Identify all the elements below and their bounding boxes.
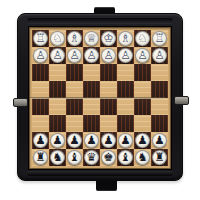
square-r2c6[interactable] xyxy=(134,64,151,81)
square-r5c0[interactable] xyxy=(32,115,49,132)
piece-bP[interactable]: ♟ xyxy=(50,133,65,148)
white-piece-glyph: ♘ xyxy=(137,32,147,44)
square-r2c2[interactable] xyxy=(66,64,83,81)
black-piece-glyph: ♚ xyxy=(103,151,113,163)
black-piece-glyph: ♞ xyxy=(137,151,147,163)
square-r0c7[interactable]: ♖ xyxy=(151,30,168,47)
square-r4c0[interactable] xyxy=(32,98,49,115)
piece-wP[interactable]: ♙ xyxy=(67,48,82,63)
black-piece-glyph: ♟ xyxy=(137,134,147,146)
square-r7c2[interactable]: ♝ xyxy=(66,149,83,166)
square-r3c2[interactable] xyxy=(66,81,83,98)
black-piece-glyph: ♟ xyxy=(69,134,79,146)
square-r6c2[interactable]: ♟ xyxy=(66,132,83,149)
piece-wK[interactable]: ♔ xyxy=(101,31,116,46)
piece-bP[interactable]: ♟ xyxy=(33,133,48,148)
square-r5c4[interactable] xyxy=(100,115,117,132)
square-r6c4[interactable]: ♟ xyxy=(100,132,117,149)
case-groove-bottom xyxy=(27,171,173,176)
piece-bB[interactable]: ♝ xyxy=(118,150,133,165)
square-r3c1[interactable] xyxy=(49,81,66,98)
piece-wR[interactable]: ♖ xyxy=(152,31,167,46)
piece-wN[interactable]: ♘ xyxy=(135,31,150,46)
square-r1c0[interactable]: ♙ xyxy=(32,47,49,64)
square-r6c5[interactable]: ♟ xyxy=(117,132,134,149)
piece-bP[interactable]: ♟ xyxy=(67,133,82,148)
white-piece-glyph: ♙ xyxy=(120,49,130,61)
case-groove-top xyxy=(27,18,173,24)
piece-bP[interactable]: ♟ xyxy=(135,133,150,148)
square-r5c6[interactable] xyxy=(134,115,151,132)
square-r5c3[interactable] xyxy=(83,115,100,132)
black-piece-glyph: ♟ xyxy=(154,134,164,146)
piece-wB[interactable]: ♗ xyxy=(118,31,133,46)
square-r4c3[interactable] xyxy=(83,98,100,115)
white-piece-glyph: ♙ xyxy=(103,49,113,61)
square-r7c1[interactable]: ♞ xyxy=(49,149,66,166)
square-r5c7[interactable] xyxy=(151,115,168,132)
white-piece-glyph: ♔ xyxy=(103,32,113,44)
square-r3c0[interactable] xyxy=(32,81,49,98)
white-piece-glyph: ♖ xyxy=(154,32,164,44)
square-r1c5[interactable]: ♙ xyxy=(117,47,134,64)
piece-wP[interactable]: ♙ xyxy=(118,48,133,63)
square-r0c2[interactable]: ♗ xyxy=(66,30,83,47)
piece-wQ[interactable]: ♕ xyxy=(84,31,99,46)
square-r2c5[interactable] xyxy=(117,64,134,81)
piece-bB[interactable]: ♝ xyxy=(67,150,82,165)
black-piece-glyph: ♝ xyxy=(69,151,79,163)
hinge-pin-right xyxy=(174,96,189,105)
piece-bP[interactable]: ♟ xyxy=(84,133,99,148)
square-r2c7[interactable] xyxy=(151,64,168,81)
piece-bN[interactable]: ♞ xyxy=(135,150,150,165)
black-piece-glyph: ♞ xyxy=(52,151,62,163)
square-r4c2[interactable] xyxy=(66,98,83,115)
square-r2c4[interactable] xyxy=(100,64,117,81)
square-r6c3[interactable]: ♟ xyxy=(83,132,100,149)
white-piece-glyph: ♙ xyxy=(154,49,164,61)
square-r5c5[interactable] xyxy=(117,115,134,132)
square-r0c4[interactable]: ♔ xyxy=(100,30,117,47)
square-r7c4[interactable]: ♚ xyxy=(100,149,117,166)
piece-wR[interactable]: ♖ xyxy=(33,31,48,46)
white-piece-glyph: ♙ xyxy=(35,49,45,61)
chess-board: ♖♘♗♕♔♗♘♖♙♙♙♙♙♙♙♙♟♟♟♟♟♟♟♟♜♞♝♛♚♝♞♜ xyxy=(29,27,171,169)
square-r7c5[interactable]: ♝ xyxy=(117,149,134,166)
piece-bR[interactable]: ♜ xyxy=(33,150,48,165)
black-piece-glyph: ♜ xyxy=(35,151,45,163)
black-piece-glyph: ♟ xyxy=(35,134,45,146)
square-r4c5[interactable] xyxy=(117,98,134,115)
hinge-pin-left xyxy=(13,98,28,107)
white-piece-glyph: ♙ xyxy=(69,49,79,61)
square-r3c7[interactable] xyxy=(151,81,168,98)
square-r7c6[interactable]: ♞ xyxy=(134,149,151,166)
piece-wB[interactable]: ♗ xyxy=(67,31,82,46)
white-piece-glyph: ♗ xyxy=(120,32,130,44)
square-r3c5[interactable] xyxy=(117,81,134,98)
white-piece-glyph: ♙ xyxy=(52,49,62,61)
square-r2c3[interactable] xyxy=(83,64,100,81)
square-r1c6[interactable]: ♙ xyxy=(134,47,151,64)
square-r6c6[interactable]: ♟ xyxy=(134,132,151,149)
black-piece-glyph: ♟ xyxy=(103,134,113,146)
piece-bP[interactable]: ♟ xyxy=(101,133,116,148)
square-r6c7[interactable]: ♟ xyxy=(151,132,168,149)
square-r3c4[interactable] xyxy=(100,81,117,98)
square-r1c7[interactable]: ♙ xyxy=(151,47,168,64)
piece-bP[interactable]: ♟ xyxy=(152,133,167,148)
square-r0c5[interactable]: ♗ xyxy=(117,30,134,47)
square-r1c1[interactable]: ♙ xyxy=(49,47,66,64)
square-r2c0[interactable] xyxy=(32,64,49,81)
piece-bP[interactable]: ♟ xyxy=(118,133,133,148)
piece-wP[interactable]: ♙ xyxy=(101,48,116,63)
square-r4c7[interactable] xyxy=(151,98,168,115)
square-r2c1[interactable] xyxy=(49,64,66,81)
square-r0c1[interactable]: ♘ xyxy=(49,30,66,47)
square-r6c1[interactable]: ♟ xyxy=(49,132,66,149)
piece-bN[interactable]: ♞ xyxy=(50,150,65,165)
square-r0c0[interactable]: ♖ xyxy=(32,30,49,47)
piece-wP[interactable]: ♙ xyxy=(152,48,167,63)
white-piece-glyph: ♗ xyxy=(69,32,79,44)
black-piece-glyph: ♜ xyxy=(154,151,164,163)
black-piece-glyph: ♝ xyxy=(120,151,130,163)
piece-bQ[interactable]: ♛ xyxy=(84,150,99,165)
square-r1c3[interactable]: ♙ xyxy=(83,47,100,64)
square-r5c1[interactable] xyxy=(49,115,66,132)
square-r1c2[interactable]: ♙ xyxy=(66,47,83,64)
square-r7c3[interactable]: ♛ xyxy=(83,149,100,166)
square-r6c0[interactable]: ♟ xyxy=(32,132,49,149)
square-r4c6[interactable] xyxy=(134,98,151,115)
piece-wP[interactable]: ♙ xyxy=(135,48,150,63)
piece-wN[interactable]: ♘ xyxy=(50,31,65,46)
square-r1c4[interactable]: ♙ xyxy=(100,47,117,64)
square-r0c3[interactable]: ♕ xyxy=(83,30,100,47)
white-piece-glyph: ♘ xyxy=(52,32,62,44)
square-r4c4[interactable] xyxy=(100,98,117,115)
piece-bR[interactable]: ♜ xyxy=(152,150,167,165)
white-piece-glyph: ♕ xyxy=(86,32,96,44)
white-piece-glyph: ♙ xyxy=(137,49,147,61)
piece-wP[interactable]: ♙ xyxy=(84,48,99,63)
photo-background: ♖♘♗♕♔♗♘♖♙♙♙♙♙♙♙♙♟♟♟♟♟♟♟♟♜♞♝♛♚♝♞♜ xyxy=(0,0,200,200)
square-r3c6[interactable] xyxy=(134,81,151,98)
square-r0c6[interactable]: ♘ xyxy=(134,30,151,47)
black-piece-glyph: ♟ xyxy=(86,134,96,146)
square-r7c7[interactable]: ♜ xyxy=(151,149,168,166)
black-piece-glyph: ♟ xyxy=(52,134,62,146)
square-r7c0[interactable]: ♜ xyxy=(32,149,49,166)
black-piece-glyph: ♛ xyxy=(86,151,96,163)
piece-bK[interactable]: ♚ xyxy=(101,150,116,165)
square-r5c2[interactable] xyxy=(66,115,83,132)
square-r4c1[interactable] xyxy=(49,98,66,115)
piece-wP[interactable]: ♙ xyxy=(33,48,48,63)
square-r3c3[interactable] xyxy=(83,81,100,98)
piece-wP[interactable]: ♙ xyxy=(50,48,65,63)
black-piece-glyph: ♟ xyxy=(120,134,130,146)
white-piece-glyph: ♖ xyxy=(35,32,45,44)
board-fold-seam xyxy=(30,97,166,99)
white-piece-glyph: ♙ xyxy=(86,49,96,61)
